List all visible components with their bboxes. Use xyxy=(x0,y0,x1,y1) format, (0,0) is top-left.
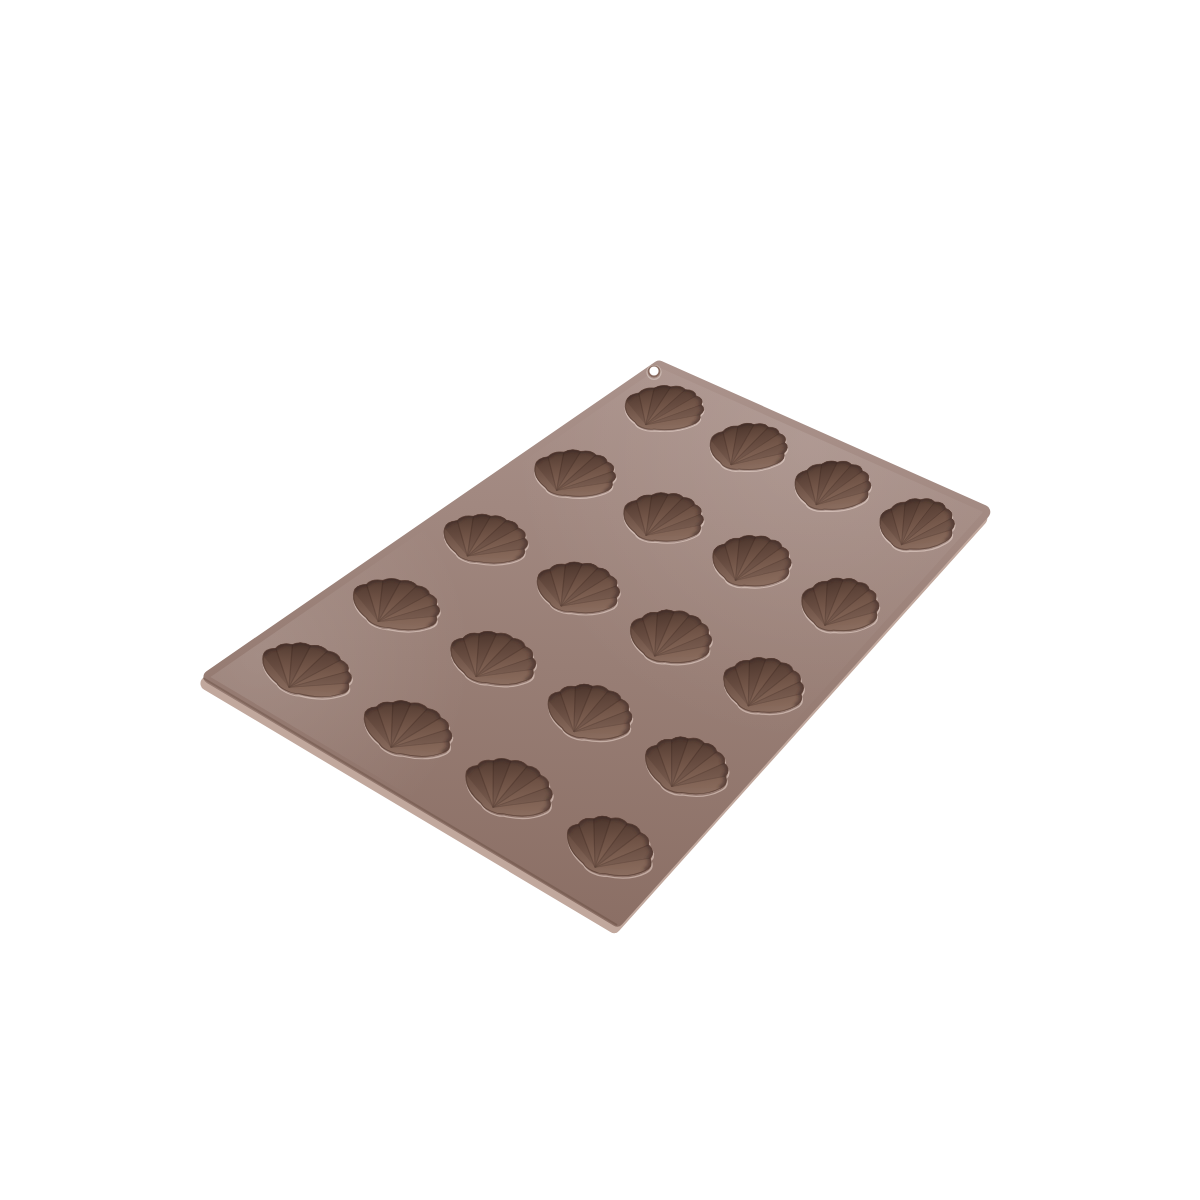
mold-illustration xyxy=(0,0,1200,1200)
hang-hole xyxy=(647,365,661,379)
product-photo xyxy=(0,0,1200,1200)
